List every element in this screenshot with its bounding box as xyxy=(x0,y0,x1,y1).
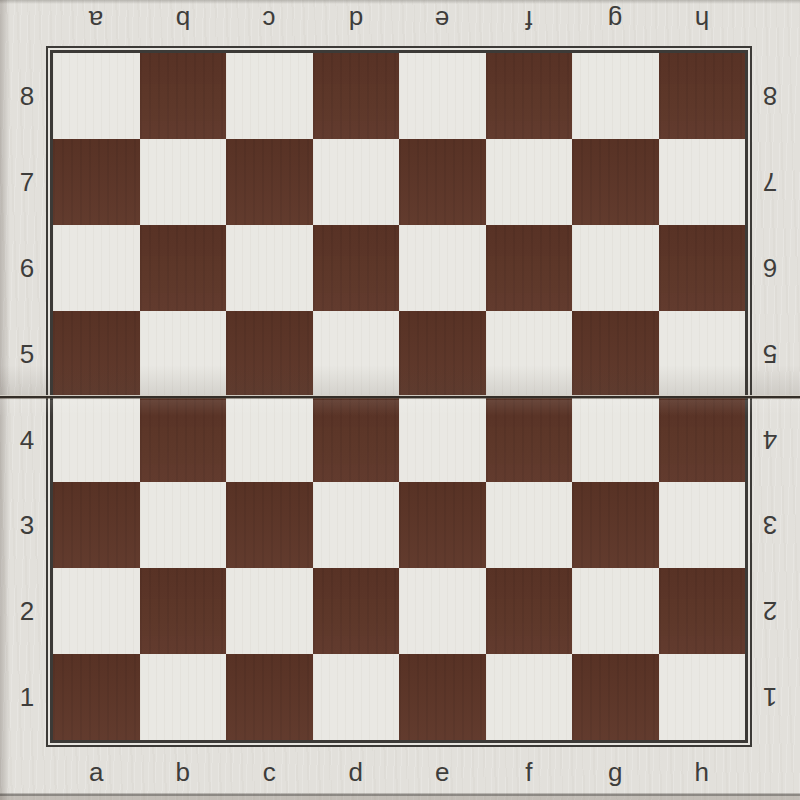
rank-label-right-1: 1 xyxy=(763,684,777,710)
square-a2[interactable] xyxy=(53,568,140,654)
square-h6[interactable] xyxy=(659,225,746,311)
rank-label-left-5: 5 xyxy=(20,341,34,367)
square-a4[interactable] xyxy=(53,397,140,483)
rank-label-left-2: 2 xyxy=(20,598,34,624)
square-e3[interactable] xyxy=(399,482,486,568)
square-g8[interactable] xyxy=(572,53,659,139)
square-b1[interactable] xyxy=(140,654,227,740)
square-h3[interactable] xyxy=(659,482,746,568)
square-b6[interactable] xyxy=(140,225,227,311)
chess-board xyxy=(53,53,745,740)
square-h8[interactable] xyxy=(659,53,746,139)
square-c8[interactable] xyxy=(226,53,313,139)
rank-label-right-4: 4 xyxy=(763,427,777,453)
square-c3[interactable] xyxy=(226,482,313,568)
square-f7[interactable] xyxy=(486,139,573,225)
square-e6[interactable] xyxy=(399,225,486,311)
rank-label-right-2: 2 xyxy=(763,598,777,624)
square-g4[interactable] xyxy=(572,397,659,483)
square-f5[interactable] xyxy=(486,311,573,397)
rank-label-left-6: 6 xyxy=(20,255,34,281)
square-a3[interactable] xyxy=(53,482,140,568)
rank-label-left-4: 4 xyxy=(20,427,34,453)
square-b7[interactable] xyxy=(140,139,227,225)
square-e4[interactable] xyxy=(399,397,486,483)
photo-bottom-edge xyxy=(0,792,800,800)
file-label-top-g: g xyxy=(608,7,622,33)
rank-label-right-5: 5 xyxy=(763,341,777,367)
file-label-bottom-h: h xyxy=(695,759,709,785)
file-label-bottom-g: g xyxy=(608,759,622,785)
square-b2[interactable] xyxy=(140,568,227,654)
square-e7[interactable] xyxy=(399,139,486,225)
square-c6[interactable] xyxy=(226,225,313,311)
rank-label-left-7: 7 xyxy=(20,169,34,195)
square-b4[interactable] xyxy=(140,397,227,483)
file-label-top-d: d xyxy=(349,7,363,33)
file-label-bottom-b: b xyxy=(176,759,190,785)
square-e5[interactable] xyxy=(399,311,486,397)
square-e2[interactable] xyxy=(399,568,486,654)
square-g3[interactable] xyxy=(572,482,659,568)
square-b5[interactable] xyxy=(140,311,227,397)
file-label-bottom-d: d xyxy=(349,759,363,785)
square-d1[interactable] xyxy=(313,654,400,740)
square-f4[interactable] xyxy=(486,397,573,483)
square-d5[interactable] xyxy=(313,311,400,397)
square-b8[interactable] xyxy=(140,53,227,139)
photo-top-edge xyxy=(0,0,800,4)
square-d7[interactable] xyxy=(313,139,400,225)
square-d2[interactable] xyxy=(313,568,400,654)
square-d8[interactable] xyxy=(313,53,400,139)
rank-label-right-8: 8 xyxy=(763,83,777,109)
square-c5[interactable] xyxy=(226,311,313,397)
square-e1[interactable] xyxy=(399,654,486,740)
file-label-top-b: b xyxy=(176,7,190,33)
square-c1[interactable] xyxy=(226,654,313,740)
square-h7[interactable] xyxy=(659,139,746,225)
square-c4[interactable] xyxy=(226,397,313,483)
square-d3[interactable] xyxy=(313,482,400,568)
square-f2[interactable] xyxy=(486,568,573,654)
board-frame xyxy=(46,46,752,747)
rank-label-right-6: 6 xyxy=(763,255,777,281)
square-a5[interactable] xyxy=(53,311,140,397)
file-label-bottom-a: a xyxy=(89,759,103,785)
square-f3[interactable] xyxy=(486,482,573,568)
square-a6[interactable] xyxy=(53,225,140,311)
square-d6[interactable] xyxy=(313,225,400,311)
file-label-top-e: e xyxy=(435,7,449,33)
chessboard-photo: aa88bb77cc66dd55ee44ff33gg22hh11 xyxy=(0,0,800,800)
square-h2[interactable] xyxy=(659,568,746,654)
square-h1[interactable] xyxy=(659,654,746,740)
rank-label-left-3: 3 xyxy=(20,512,34,538)
square-g5[interactable] xyxy=(572,311,659,397)
file-label-top-a: a xyxy=(89,7,103,33)
square-h5[interactable] xyxy=(659,311,746,397)
square-g1[interactable] xyxy=(572,654,659,740)
file-label-top-c: c xyxy=(263,7,276,33)
file-label-bottom-f: f xyxy=(525,759,532,785)
file-label-top-h: h xyxy=(695,7,709,33)
square-a1[interactable] xyxy=(53,654,140,740)
rank-label-right-3: 3 xyxy=(763,512,777,538)
file-label-top-f: f xyxy=(525,7,532,33)
square-g7[interactable] xyxy=(572,139,659,225)
file-label-bottom-c: c xyxy=(263,759,276,785)
square-e8[interactable] xyxy=(399,53,486,139)
square-a8[interactable] xyxy=(53,53,140,139)
square-c7[interactable] xyxy=(226,139,313,225)
board-inner-frame xyxy=(50,50,748,743)
square-g6[interactable] xyxy=(572,225,659,311)
file-label-bottom-e: e xyxy=(435,759,449,785)
square-f6[interactable] xyxy=(486,225,573,311)
rank-label-right-7: 7 xyxy=(763,169,777,195)
rank-label-left-1: 1 xyxy=(20,684,34,710)
square-b3[interactable] xyxy=(140,482,227,568)
square-g2[interactable] xyxy=(572,568,659,654)
rank-label-left-8: 8 xyxy=(20,83,34,109)
square-f1[interactable] xyxy=(486,654,573,740)
square-h4[interactable] xyxy=(659,397,746,483)
photo-left-edge xyxy=(0,0,10,800)
square-a7[interactable] xyxy=(53,139,140,225)
square-c2[interactable] xyxy=(226,568,313,654)
square-f8[interactable] xyxy=(486,53,573,139)
square-d4[interactable] xyxy=(313,397,400,483)
